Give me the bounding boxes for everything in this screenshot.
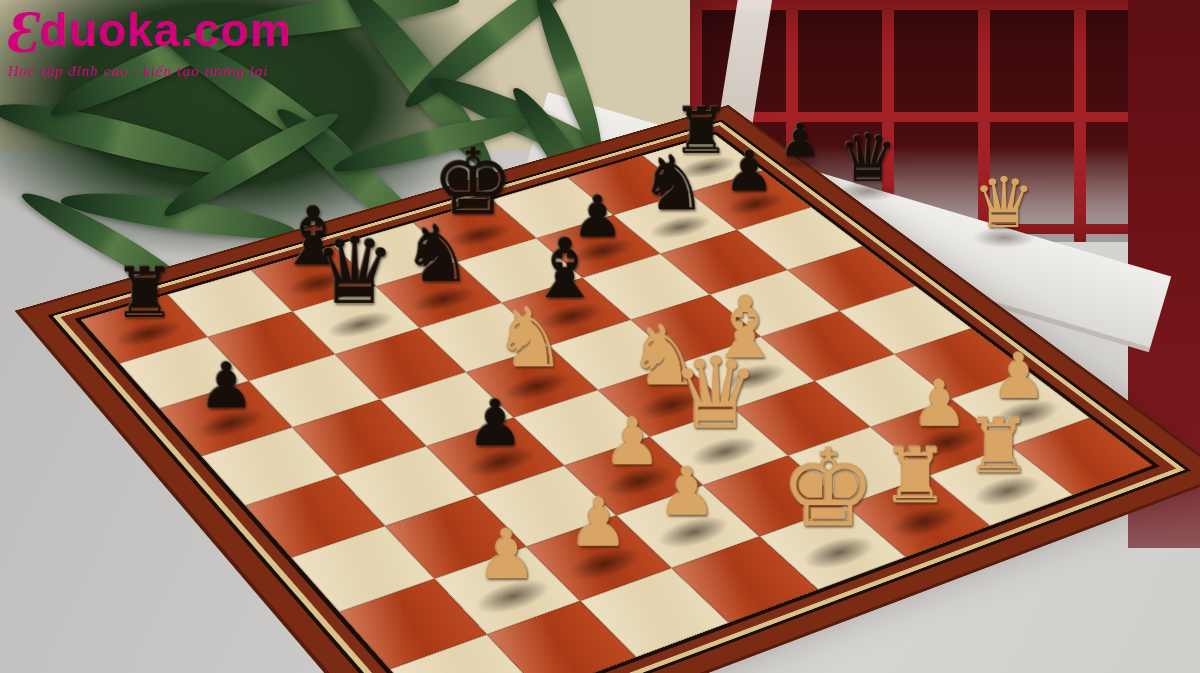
black-knight-d7: ♞ xyxy=(403,215,473,293)
brand-tagline: Học tập đỉnh cao - kiến tạo tương lai xyxy=(8,64,291,79)
captured-white-queen: ♛ xyxy=(973,168,1036,238)
white-rook-g1: ♜ xyxy=(965,409,1032,484)
captured-black-pawn: ♟ xyxy=(779,117,820,163)
black-pawn-a6: ♟ xyxy=(198,355,254,418)
brand-initial: Ɛ xyxy=(8,0,40,65)
white-knight-d5: ♞ xyxy=(494,298,567,379)
captured-black-queen: ♛ xyxy=(838,126,897,192)
white-pawn-d3: ♟ xyxy=(604,410,662,474)
brand-name: duoka.com xyxy=(40,4,292,56)
white-pawn-b2: ♟ xyxy=(476,521,537,589)
white-pawn-g2: ♟ xyxy=(911,373,968,436)
watermark-logo: Ɛduoka.com Học tập đỉnh cao - kiến tạo t… xyxy=(8,0,291,79)
black-pawn-c4: ♟ xyxy=(466,391,523,455)
white-pawn-d2: ♟ xyxy=(658,459,717,525)
black-queen-c7: ♛ xyxy=(313,225,396,317)
black-rook-a8: ♜ xyxy=(113,258,175,328)
white-queen-e3: ♛ xyxy=(672,345,760,443)
piece-shadow xyxy=(794,530,884,575)
white-pawn-c2: ♟ xyxy=(568,490,628,557)
white-pawn-h2: ♟ xyxy=(991,345,1047,407)
white-king-e1: ♚ xyxy=(780,436,876,543)
white-rook-f1: ♜ xyxy=(882,438,950,514)
black-knight-g7: ♞ xyxy=(640,146,707,221)
black-pawn-h7: ♟ xyxy=(724,143,774,199)
